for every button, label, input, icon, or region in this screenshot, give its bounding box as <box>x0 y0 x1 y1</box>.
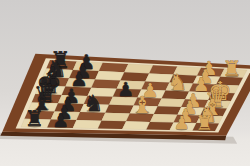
square-a5[interactable] <box>98 121 126 129</box>
piece-white-rook-a1[interactable]: ♜ <box>195 111 213 135</box>
square-a3[interactable] <box>146 122 173 130</box>
square-a6[interactable] <box>73 120 102 129</box>
piece-black-rook-a8[interactable]: ♜ <box>25 106 45 131</box>
piece-white-pawn-a2[interactable]: ♟ <box>173 112 189 133</box>
photo-scene: ♜♟♟♜♞♟♟♝♟♞♟♚♟♟♚♛♟♟♛♝♟♞♝♟♝♟♟♞♜♟♟♜ <box>0 0 250 166</box>
square-c5[interactable] <box>105 105 133 114</box>
piece-white-bishop-c4[interactable]: ♝ <box>132 91 153 119</box>
square-h6[interactable] <box>99 63 128 73</box>
square-a4[interactable] <box>122 121 150 129</box>
piece-black-knight-c6[interactable]: ♞ <box>83 90 103 116</box>
square-h5[interactable] <box>124 64 153 73</box>
square-b5[interactable] <box>102 113 130 122</box>
piece-black-pawn-a7[interactable]: ♟ <box>52 109 69 132</box>
chess-board-photo: ♜♟♟♜♞♟♟♝♟♞♟♚♟♟♚♛♟♟♛♝♟♞♝♟♝♟♟♞♜♟♟♜ <box>0 0 250 166</box>
